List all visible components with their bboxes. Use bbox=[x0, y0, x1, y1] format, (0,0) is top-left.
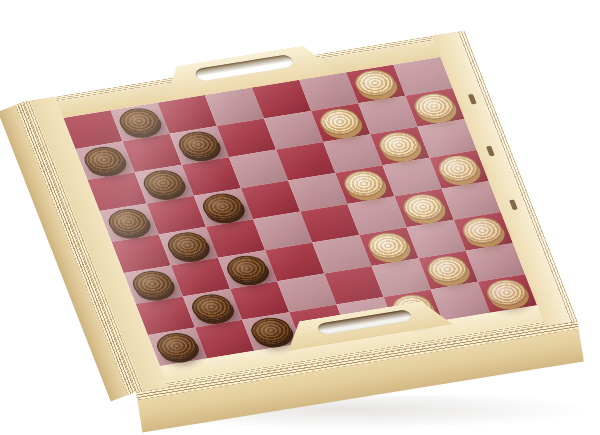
light-checker[interactable] bbox=[458, 215, 506, 246]
plywood-void bbox=[468, 94, 477, 105]
light-checker[interactable] bbox=[375, 129, 423, 160]
far-handle-slot bbox=[194, 54, 295, 82]
light-checker[interactable] bbox=[364, 230, 412, 261]
dark-checker[interactable] bbox=[199, 191, 247, 222]
dark-checker[interactable] bbox=[164, 230, 212, 261]
checkers-tray-scene bbox=[0, 0, 600, 435]
dark-checker[interactable] bbox=[80, 144, 128, 175]
light-checker[interactable] bbox=[410, 91, 458, 122]
light-checker[interactable] bbox=[423, 254, 471, 285]
dark-checker[interactable] bbox=[153, 330, 201, 361]
light-checker[interactable] bbox=[340, 168, 388, 199]
dark-checker[interactable] bbox=[115, 105, 163, 136]
dark-checker[interactable] bbox=[104, 206, 152, 237]
dark-checker[interactable] bbox=[223, 253, 271, 284]
plywood-void bbox=[509, 199, 518, 210]
dark-checker[interactable] bbox=[247, 315, 295, 346]
plywood-void bbox=[486, 146, 495, 157]
light-checker[interactable] bbox=[316, 106, 364, 137]
dark-checker[interactable] bbox=[188, 292, 236, 323]
light-checker[interactable] bbox=[351, 67, 399, 98]
light-checker[interactable] bbox=[483, 277, 531, 308]
light-checker[interactable] bbox=[434, 153, 482, 184]
dark-checker[interactable] bbox=[174, 129, 222, 160]
dark-checker[interactable] bbox=[139, 168, 187, 199]
light-checker[interactable] bbox=[399, 192, 447, 223]
dark-checker[interactable] bbox=[128, 268, 176, 299]
